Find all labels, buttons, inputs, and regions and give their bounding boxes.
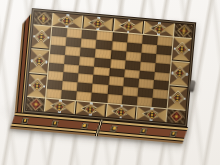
mosaic-diamond bbox=[34, 29, 50, 45]
square[interactable] bbox=[61, 90, 77, 100]
square[interactable] bbox=[152, 98, 168, 108]
border-mosaic-module bbox=[29, 49, 49, 73]
front-rosette-icon bbox=[170, 130, 178, 136]
photo-background bbox=[0, 0, 220, 165]
corner-rosette-top-right bbox=[174, 24, 193, 39]
rosette-icon bbox=[54, 101, 65, 112]
rosette-icon bbox=[85, 103, 96, 114]
square[interactable] bbox=[46, 89, 62, 99]
corner-rosette-bottom-right bbox=[166, 109, 185, 124]
front-rosette-icon bbox=[51, 120, 59, 126]
rosette-icon bbox=[176, 44, 187, 55]
border-mosaic-module bbox=[168, 86, 188, 110]
rosette-icon bbox=[36, 32, 47, 43]
border-mosaic-module bbox=[170, 62, 190, 86]
rosette-icon bbox=[34, 56, 45, 67]
checkerboard bbox=[46, 27, 173, 108]
rosette-icon bbox=[29, 98, 42, 111]
border-mosaic-module bbox=[45, 99, 75, 114]
mosaic-border-ring bbox=[26, 11, 193, 123]
square[interactable] bbox=[106, 94, 122, 104]
rosette-icon bbox=[154, 23, 165, 34]
corner-rosette-bottom-left bbox=[26, 97, 45, 112]
rosette-icon bbox=[174, 68, 185, 79]
metal-clasp bbox=[189, 80, 196, 92]
border-mosaic-module bbox=[27, 74, 47, 98]
chess-box bbox=[21, 8, 196, 145]
front-rosette-icon bbox=[140, 128, 148, 134]
rosette-icon bbox=[170, 110, 183, 123]
front-rosette-icon bbox=[110, 125, 118, 131]
mosaic-diamond bbox=[29, 77, 45, 93]
rosette-icon bbox=[123, 20, 134, 31]
mosaic-diamond bbox=[174, 41, 190, 57]
rosette-icon bbox=[177, 25, 190, 38]
mosaic-diamond bbox=[57, 15, 77, 27]
square[interactable] bbox=[76, 91, 92, 101]
mosaic-diamond bbox=[31, 53, 47, 69]
border-mosaic-module bbox=[172, 38, 192, 62]
rosette-icon bbox=[115, 106, 126, 117]
mosaic-diamond bbox=[88, 17, 108, 29]
mosaic-diamond bbox=[172, 65, 188, 81]
rosette-icon bbox=[31, 80, 42, 91]
mosaic-diamond bbox=[149, 23, 169, 35]
board-top-face bbox=[23, 8, 197, 127]
mosaic-diamond bbox=[170, 90, 186, 106]
corner-rosette-top-left bbox=[33, 11, 52, 26]
mosaic-diamond bbox=[50, 100, 70, 112]
border-mosaic-module bbox=[31, 25, 51, 49]
border-mosaic-module bbox=[114, 18, 144, 33]
mosaic-diamond bbox=[80, 103, 100, 115]
border-mosaic-module bbox=[144, 21, 174, 36]
rosette-icon bbox=[92, 18, 103, 29]
front-rosette-icon bbox=[21, 117, 29, 123]
front-rosette-icon bbox=[81, 122, 89, 128]
rosette-icon bbox=[37, 12, 50, 25]
square[interactable] bbox=[91, 93, 107, 103]
border-mosaic-module bbox=[52, 13, 82, 28]
rosette-icon bbox=[146, 109, 157, 120]
border-mosaic-module bbox=[83, 16, 113, 31]
border-mosaic-module bbox=[137, 107, 167, 122]
rosette-icon bbox=[62, 15, 73, 26]
square[interactable] bbox=[136, 97, 152, 107]
border-mosaic-module bbox=[106, 104, 136, 119]
rosette-icon bbox=[172, 92, 183, 103]
mosaic-diamond bbox=[111, 106, 131, 118]
mosaic-diamond bbox=[141, 108, 161, 120]
border-mosaic-module bbox=[76, 101, 106, 116]
mosaic-diamond bbox=[118, 20, 138, 32]
square[interactable] bbox=[121, 95, 137, 105]
